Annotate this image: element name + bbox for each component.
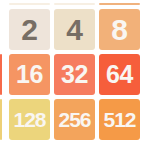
tile-16: 16 xyxy=(9,54,50,95)
tile-8: 8 xyxy=(99,9,140,50)
cropped-tile-sliver-top xyxy=(9,3,50,5)
tile-256: 256 xyxy=(54,99,95,140)
cropped-tile-sliver-top xyxy=(54,3,95,5)
tile-grid: 248163264128256512 xyxy=(9,9,140,140)
tile-2: 2 xyxy=(9,9,50,50)
cropped-tile-sliver-left xyxy=(0,54,2,95)
tile-64: 64 xyxy=(99,54,140,95)
tile-32: 32 xyxy=(54,54,95,95)
cropped-tile-sliver-top xyxy=(99,3,140,5)
tile-128: 128 xyxy=(9,99,50,140)
game-board[interactable]: 248163264128256512 xyxy=(0,0,150,150)
tile-4: 4 xyxy=(54,9,95,50)
tile-512: 512 xyxy=(99,99,140,140)
cropped-tile-sliver-left xyxy=(0,99,2,140)
